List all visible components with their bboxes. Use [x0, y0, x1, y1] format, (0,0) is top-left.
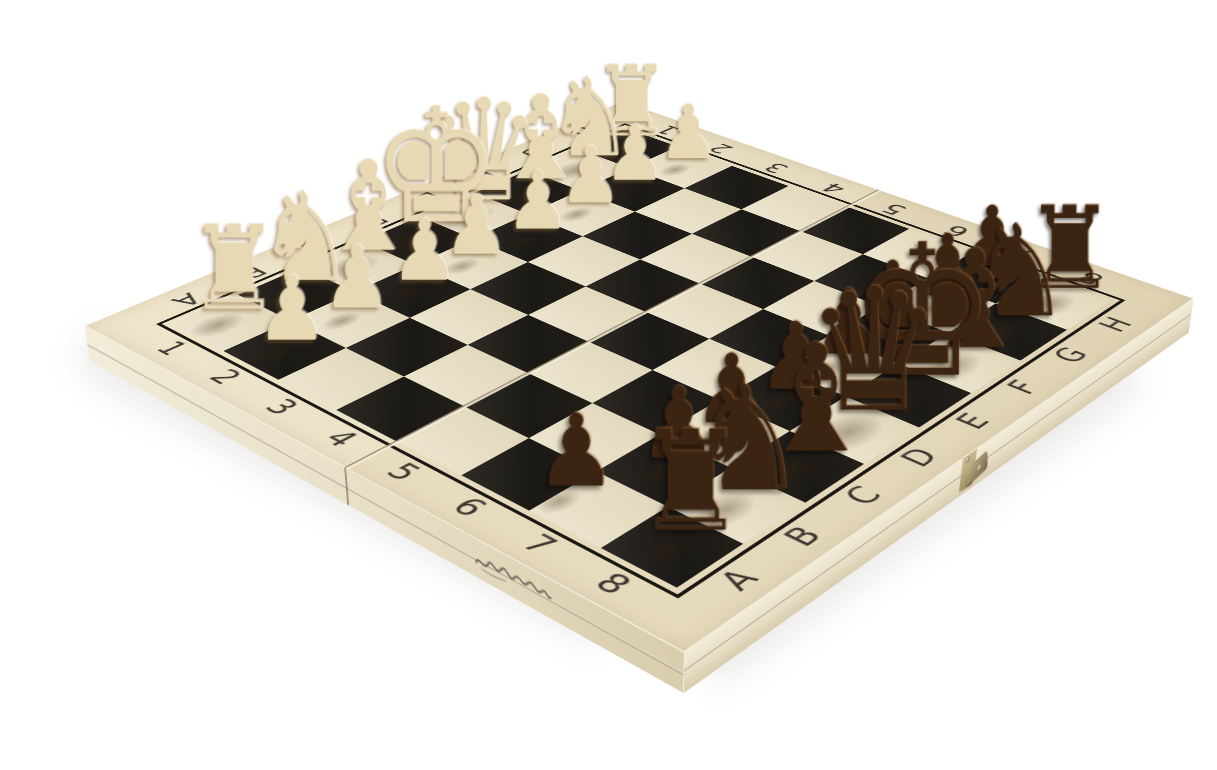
- square-a3: [278, 348, 403, 410]
- square-b4: [404, 345, 529, 407]
- square-c4: [468, 315, 589, 373]
- square-b3: [346, 318, 468, 377]
- perspective-scene: 1122334455667788AABBCCDDEEFFGGHH ♜︎♞: [253, 0, 1038, 705]
- square-a5: [397, 407, 529, 476]
- black-rook-glyph: ♜︎: [616, 413, 766, 552]
- fold-seam-on-side: [344, 467, 349, 505]
- white-pawn-glyph: ♟︎: [244, 265, 340, 354]
- chess-board: 1122334455667788AABBCCDDEEFFGGHH ♜︎♞: [85, 101, 1194, 652]
- square-a4: [336, 376, 464, 441]
